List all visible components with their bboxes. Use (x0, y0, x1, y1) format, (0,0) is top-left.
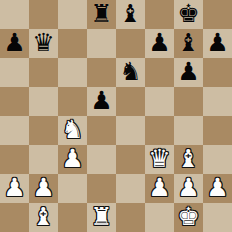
square-c2[interactable] (58, 174, 87, 203)
square-b6[interactable] (29, 58, 58, 87)
square-a6[interactable] (0, 58, 29, 87)
square-c7[interactable] (58, 29, 87, 58)
square-e6[interactable]: ♞ (116, 58, 145, 87)
square-b2[interactable]: ♟ (29, 174, 58, 203)
piece-white-pawn: ♟ (206, 173, 228, 202)
square-f5[interactable] (145, 87, 174, 116)
square-h2[interactable]: ♟ (203, 174, 232, 203)
piece-white-pawn: ♟ (32, 173, 54, 202)
square-a2[interactable]: ♟ (0, 174, 29, 203)
square-d4[interactable] (87, 116, 116, 145)
square-h4[interactable] (203, 116, 232, 145)
piece-black-rook: ♜ (90, 0, 112, 28)
square-f3[interactable]: ♛ (145, 145, 174, 174)
square-h3[interactable] (203, 145, 232, 174)
square-f4[interactable] (145, 116, 174, 145)
piece-white-knight: ♞ (61, 115, 83, 144)
square-f1[interactable] (145, 203, 174, 232)
square-c5[interactable] (58, 87, 87, 116)
square-f8[interactable] (145, 0, 174, 29)
square-c1[interactable] (58, 203, 87, 232)
square-g7[interactable]: ♝ (174, 29, 203, 58)
piece-white-pawn: ♟ (3, 173, 25, 202)
square-a3[interactable] (0, 145, 29, 174)
square-b8[interactable] (29, 0, 58, 29)
square-b5[interactable] (29, 87, 58, 116)
square-d3[interactable] (87, 145, 116, 174)
square-d7[interactable] (87, 29, 116, 58)
piece-black-queen: ♛ (32, 28, 54, 57)
square-h7[interactable]: ♟ (203, 29, 232, 58)
square-h1[interactable] (203, 203, 232, 232)
square-h5[interactable] (203, 87, 232, 116)
square-e1[interactable] (116, 203, 145, 232)
square-e7[interactable] (116, 29, 145, 58)
piece-black-bishop: ♝ (119, 0, 141, 28)
square-g6[interactable]: ♟ (174, 58, 203, 87)
square-b7[interactable]: ♛ (29, 29, 58, 58)
square-a4[interactable] (0, 116, 29, 145)
square-f6[interactable] (145, 58, 174, 87)
square-c3[interactable]: ♟ (58, 145, 87, 174)
square-e3[interactable] (116, 145, 145, 174)
piece-black-king: ♚ (177, 0, 199, 28)
square-e5[interactable] (116, 87, 145, 116)
piece-black-pawn: ♟ (90, 86, 112, 115)
square-a8[interactable] (0, 0, 29, 29)
square-b1[interactable]: ♝ (29, 203, 58, 232)
square-g3[interactable]: ♝ (174, 145, 203, 174)
square-f7[interactable]: ♟ (145, 29, 174, 58)
square-d6[interactable] (87, 58, 116, 87)
square-d1[interactable]: ♜ (87, 203, 116, 232)
square-h8[interactable] (203, 0, 232, 29)
piece-white-queen: ♛ (148, 144, 170, 173)
square-c6[interactable] (58, 58, 87, 87)
square-e8[interactable]: ♝ (116, 0, 145, 29)
piece-white-bishop: ♝ (177, 144, 199, 173)
square-d2[interactable] (87, 174, 116, 203)
square-a5[interactable] (0, 87, 29, 116)
piece-white-rook: ♜ (90, 202, 112, 231)
piece-white-pawn: ♟ (61, 144, 83, 173)
square-g4[interactable] (174, 116, 203, 145)
square-e2[interactable] (116, 174, 145, 203)
square-g8[interactable]: ♚ (174, 0, 203, 29)
piece-black-pawn: ♟ (148, 28, 170, 57)
piece-black-pawn: ♟ (206, 28, 228, 57)
square-d8[interactable]: ♜ (87, 0, 116, 29)
square-b3[interactable] (29, 145, 58, 174)
piece-black-knight: ♞ (119, 57, 141, 86)
square-g1[interactable]: ♚ (174, 203, 203, 232)
square-g2[interactable]: ♟ (174, 174, 203, 203)
square-c4[interactable]: ♞ (58, 116, 87, 145)
square-f2[interactable]: ♟ (145, 174, 174, 203)
piece-black-pawn: ♟ (177, 57, 199, 86)
square-c8[interactable] (58, 0, 87, 29)
piece-white-pawn: ♟ (148, 173, 170, 202)
square-g5[interactable] (174, 87, 203, 116)
piece-black-pawn: ♟ (3, 28, 25, 57)
square-a7[interactable]: ♟ (0, 29, 29, 58)
square-d5[interactable]: ♟ (87, 87, 116, 116)
piece-white-bishop: ♝ (32, 202, 54, 231)
square-h6[interactable] (203, 58, 232, 87)
chessboard: ♜♝♚♟♛♟♝♟♞♟♟♞♟♛♝♟♟♟♟♟♝♜♚ (0, 0, 232, 232)
square-b4[interactable] (29, 116, 58, 145)
piece-black-bishop: ♝ (177, 28, 199, 57)
square-e4[interactable] (116, 116, 145, 145)
piece-white-king: ♚ (177, 202, 199, 231)
piece-white-pawn: ♟ (177, 173, 199, 202)
square-a1[interactable] (0, 203, 29, 232)
